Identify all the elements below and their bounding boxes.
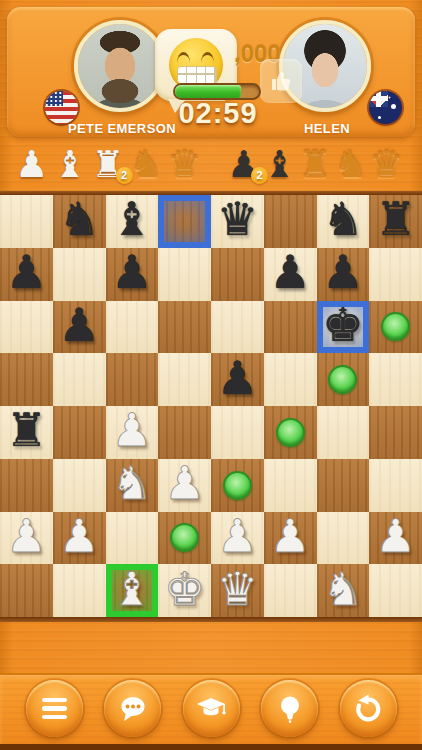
square-c3[interactable]: ♞ — [106, 459, 159, 512]
captured-black-bishop: ♝ — [263, 146, 296, 183]
square-h1[interactable] — [369, 564, 422, 617]
black-pawn[interactable]: ♟ — [59, 302, 100, 348]
black-pawn[interactable]: ♟ — [217, 355, 258, 401]
legal-move-dot[interactable] — [276, 418, 305, 447]
white-bishop[interactable]: ♝ — [111, 566, 152, 612]
square-f2[interactable]: ♟ — [264, 512, 317, 565]
square-e1[interactable]: ♛ — [211, 564, 264, 617]
header-panel: PETE EMERSON HELEN ,000 02:59 — [7, 7, 415, 137]
graduation-cap-icon — [194, 693, 228, 725]
square-d4[interactable] — [158, 406, 211, 459]
square-d6[interactable] — [158, 301, 211, 354]
nz-au-flag-icon — [369, 91, 402, 124]
undo-button[interactable] — [340, 680, 397, 737]
legal-move-dot[interactable] — [223, 471, 252, 500]
bottom-toolbar — [0, 673, 422, 750]
tray-silhouette-queen: ♛ — [168, 146, 201, 183]
board-bottom-edge — [0, 617, 422, 622]
square-c6[interactable] — [106, 301, 159, 354]
lightbulb-icon — [275, 693, 305, 725]
square-e7[interactable] — [211, 248, 264, 301]
square-g4[interactable] — [317, 406, 370, 459]
hint-button[interactable] — [261, 680, 318, 737]
white-king[interactable]: ♚ — [164, 566, 205, 612]
square-g3[interactable] — [317, 459, 370, 512]
square-f7[interactable]: ♟ — [264, 248, 317, 301]
chat-bubble-icon — [117, 693, 149, 725]
square-f3[interactable] — [264, 459, 317, 512]
black-knight[interactable]: ♞ — [322, 196, 363, 242]
square-a2[interactable]: ♟ — [0, 512, 53, 565]
square-b6[interactable]: ♟ — [53, 301, 106, 354]
tray-silhouette-knight: ♞ — [334, 146, 367, 183]
square-a5[interactable] — [0, 353, 53, 406]
square-e3[interactable] — [211, 459, 264, 512]
captured-white-rook: ♜2 — [91, 146, 124, 183]
square-a8[interactable] — [0, 195, 53, 248]
square-h8[interactable]: ♜ — [369, 195, 422, 248]
square-e5[interactable]: ♟ — [211, 353, 264, 406]
square-f8[interactable] — [264, 195, 317, 248]
square-f4[interactable] — [264, 406, 317, 459]
square-g1[interactable]: ♞ — [317, 564, 370, 617]
square-d7[interactable] — [158, 248, 211, 301]
legal-move-dot[interactable] — [381, 312, 410, 341]
captured-tray-black: ♟2♝♜♞♛ — [227, 137, 403, 192]
square-d1[interactable]: ♚ — [158, 564, 211, 617]
tray-silhouette-rook: ♜ — [298, 146, 331, 183]
white-pawn[interactable]: ♟ — [217, 513, 258, 559]
black-knight[interactable]: ♞ — [59, 196, 100, 242]
square-g8[interactable]: ♞ — [317, 195, 370, 248]
square-a3[interactable] — [0, 459, 53, 512]
square-g5[interactable] — [317, 353, 370, 406]
menu-button[interactable] — [26, 680, 83, 737]
white-pawn[interactable]: ♟ — [270, 513, 311, 559]
black-bishop[interactable]: ♝ — [111, 196, 152, 242]
square-h7[interactable] — [369, 248, 422, 301]
square-f5[interactable] — [264, 353, 317, 406]
square-e6[interactable] — [211, 301, 264, 354]
learn-button[interactable] — [183, 680, 240, 737]
square-g2[interactable] — [317, 512, 370, 565]
undo-arrow-icon — [352, 693, 384, 725]
hamburger-icon — [42, 698, 67, 720]
square-f6[interactable] — [264, 301, 317, 354]
captured-white-pawn: ♟ — [15, 146, 48, 183]
square-a7[interactable]: ♟ — [0, 248, 53, 301]
captured-pieces-row: ♟♝♜2♞♛ ♟2♝♜♞♛ — [0, 137, 422, 192]
white-pawn[interactable]: ♟ — [164, 460, 205, 506]
game-screen: PETE EMERSON HELEN ,000 02:59 ♟♝♜2♞♛ ♟2♝… — [0, 0, 422, 750]
square-b8[interactable]: ♞ — [53, 195, 106, 248]
square-c7[interactable]: ♟ — [106, 248, 159, 301]
captured-tray-white: ♟♝♜2♞♛ — [15, 137, 201, 192]
square-c1[interactable]: ♝ — [106, 564, 159, 617]
square-c2[interactable] — [106, 512, 159, 565]
square-g6[interactable]: ♚ — [317, 301, 370, 354]
white-pawn[interactable]: ♟ — [111, 407, 152, 453]
square-h2[interactable]: ♟ — [369, 512, 422, 565]
square-d3[interactable]: ♟ — [158, 459, 211, 512]
us-flag-icon — [45, 91, 78, 124]
black-pawn[interactable]: ♟ — [6, 249, 47, 295]
white-knight[interactable]: ♞ — [322, 566, 363, 612]
square-b3[interactable] — [53, 459, 106, 512]
black-pawn[interactable]: ♟ — [270, 249, 311, 295]
black-rook[interactable]: ♜ — [375, 196, 416, 242]
square-a6[interactable] — [0, 301, 53, 354]
square-b7[interactable] — [53, 248, 106, 301]
square-b1[interactable] — [53, 564, 106, 617]
square-h6[interactable] — [369, 301, 422, 354]
white-knight[interactable]: ♞ — [111, 460, 152, 506]
game-timer: 02:59 — [153, 97, 283, 130]
square-e2[interactable]: ♟ — [211, 512, 264, 565]
pete-portrait — [78, 24, 162, 108]
legal-move-dot[interactable] — [328, 365, 357, 394]
black-rook[interactable]: ♜ — [6, 407, 47, 453]
captured-black-pawn: ♟2 — [227, 146, 260, 183]
square-h3[interactable] — [369, 459, 422, 512]
square-f1[interactable] — [264, 564, 317, 617]
square-b4[interactable] — [53, 406, 106, 459]
square-h4[interactable] — [369, 406, 422, 459]
square-h5[interactable] — [369, 353, 422, 406]
square-b2[interactable]: ♟ — [53, 512, 106, 565]
square-c4[interactable]: ♟ — [106, 406, 159, 459]
square-g7[interactable]: ♟ — [317, 248, 370, 301]
tray-silhouette-queen: ♛ — [370, 146, 403, 183]
legal-move-dot[interactable] — [170, 523, 199, 552]
black-queen[interactable]: ♛ — [217, 196, 258, 242]
square-a1[interactable] — [0, 564, 53, 617]
tray-silhouette-knight: ♞ — [130, 146, 163, 183]
white-pawn[interactable]: ♟ — [375, 513, 416, 559]
chess-board: ♞♝♛♞♜♟♟♟♟♟♚♟♜♟♞♟♟♟♟♟♟♝♚♛♞ — [0, 195, 422, 617]
square-e8[interactable]: ♛ — [211, 195, 264, 248]
white-queen[interactable]: ♛ — [217, 566, 258, 612]
square-d2[interactable] — [158, 512, 211, 565]
white-pawn[interactable]: ♟ — [6, 513, 47, 559]
square-d5[interactable] — [158, 353, 211, 406]
square-c8[interactable]: ♝ — [106, 195, 159, 248]
square-c5[interactable] — [106, 353, 159, 406]
square-e4[interactable] — [211, 406, 264, 459]
black-pawn[interactable]: ♟ — [111, 249, 152, 295]
captured-white-bishop: ♝ — [53, 146, 86, 183]
square-d8[interactable] — [158, 195, 211, 248]
white-pawn[interactable]: ♟ — [59, 513, 100, 559]
black-king[interactable]: ♚ — [322, 302, 363, 348]
black-pawn[interactable]: ♟ — [322, 249, 363, 295]
chat-button[interactable] — [104, 680, 161, 737]
square-a4[interactable]: ♜ — [0, 406, 53, 459]
square-b5[interactable] — [53, 353, 106, 406]
